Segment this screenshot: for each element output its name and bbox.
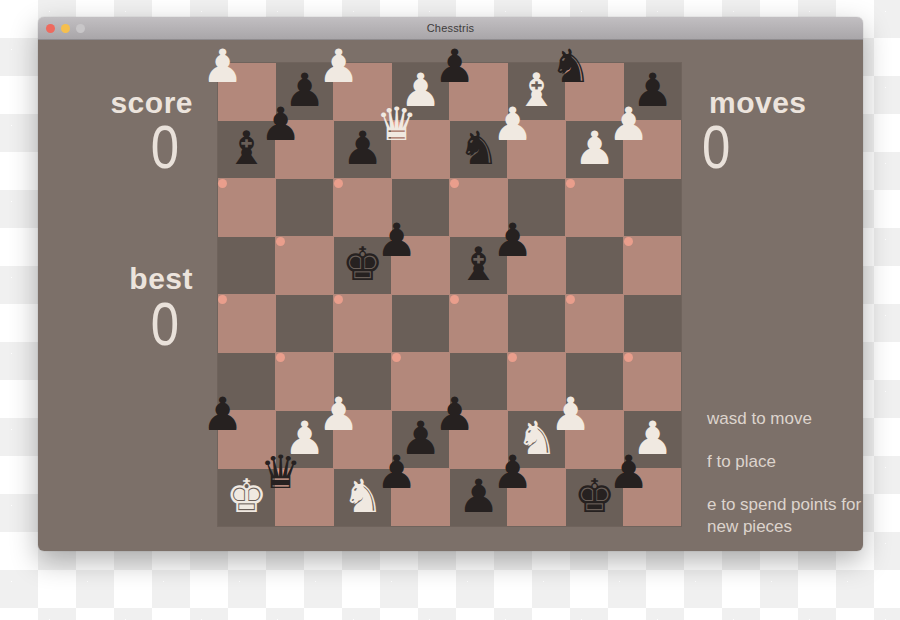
square-a4[interactable] [218,295,227,304]
square-h1[interactable]: ♟ [624,469,633,478]
square-h3[interactable] [624,353,633,362]
square-c8[interactable]: ♟ [334,63,343,72]
instruction-spend: e to spend points for new pieces [707,494,863,538]
window-title: Chesstris [427,22,475,34]
square-g4[interactable] [566,295,575,304]
square-h5[interactable] [624,237,633,246]
piece-bQ-b1: ♛ [260,449,301,495]
square-d1[interactable]: ♟ [392,469,401,478]
instruction-place: f to place [707,451,863,473]
square-h7[interactable]: ♟ [624,121,633,130]
square-f4[interactable] [508,295,565,352]
square-f7[interactable]: ♟ [508,121,517,130]
square-e6[interactable] [450,179,459,188]
square-a6[interactable] [218,179,227,188]
zoom-button-icon[interactable] [76,24,85,33]
square-c2[interactable]: ♟ [334,411,343,420]
close-button-icon[interactable] [46,24,55,33]
square-d4[interactable] [392,295,449,352]
piece-bP-b7: ♟ [260,101,301,147]
square-b6[interactable] [276,179,333,236]
square-e2[interactable]: ♟ [450,411,459,420]
square-b5[interactable] [276,237,285,246]
square-a2[interactable]: ♟ [218,411,227,420]
square-e4[interactable] [450,295,459,304]
square-a5[interactable] [218,237,275,294]
square-b4[interactable] [276,295,333,352]
moves-value: 0 [702,116,730,178]
piece-bP-e8: ♟ [434,43,475,89]
square-d3[interactable] [392,353,401,362]
minimize-button-icon[interactable] [61,24,70,33]
square-e8[interactable]: ♟ [450,63,459,72]
title-bar[interactable]: Chesstris [38,17,863,40]
piece-bP-d1: ♟ [376,449,417,495]
piece-bP-d5: ♟ [376,217,417,263]
square-f1[interactable]: ♟ [508,469,517,478]
square-b1[interactable]: ♛ [276,469,285,478]
piece-wQ-d7: ♛ [376,101,417,147]
game-area: score 0 moves 0 best 0 ♟♟♟♟♟♝♞♟♝♟♟♛♞♟♟♟♚… [38,40,863,551]
square-c4[interactable] [334,295,343,304]
app-window: Chesstris score 0 moves 0 best 0 ♟♟♟♟♟♝♞… [38,17,863,551]
chess-board[interactable]: ♟♟♟♟♟♝♞♟♝♟♟♛♞♟♟♟♚♟♝♟♟♟♟♟♟♞♟♟♚♛♞♟♟♟♚♟ [218,63,681,526]
square-b3[interactable] [276,353,285,362]
square-g5[interactable] [566,237,623,294]
square-d5[interactable]: ♟ [392,237,401,246]
square-g6[interactable] [566,179,575,188]
piece-wP-g2: ♟ [550,391,591,437]
square-g8[interactable]: ♞ [566,63,575,72]
instruction-move: wasd to move [707,408,863,430]
square-c6[interactable] [334,179,343,188]
piece-bP-h1: ♟ [608,449,649,495]
square-d7[interactable]: ♛ [392,121,401,130]
square-a8[interactable]: ♟ [218,63,227,72]
piece-bP-a2: ♟ [202,391,243,437]
piece-wP-f7: ♟ [492,101,533,147]
piece-bP-f1: ♟ [492,449,533,495]
square-h4[interactable] [624,295,681,352]
piece-bN-g8: ♞ [550,43,591,89]
square-f5[interactable]: ♟ [508,237,517,246]
piece-wP-a8: ♟ [202,43,243,89]
piece-wP-h7: ♟ [608,101,649,147]
square-g2[interactable]: ♟ [566,411,575,420]
piece-bP-f5: ♟ [492,217,533,263]
instructions: wasd to move f to place e to spend point… [707,408,863,551]
square-b7[interactable]: ♟ [276,121,285,130]
piece-wP-c2: ♟ [318,391,359,437]
square-f3[interactable] [508,353,517,362]
piece-wP-c8: ♟ [318,43,359,89]
score-value: 0 [52,116,179,178]
square-h6[interactable] [624,179,681,236]
piece-bP-e2: ♟ [434,391,475,437]
best-value: 0 [52,293,179,355]
